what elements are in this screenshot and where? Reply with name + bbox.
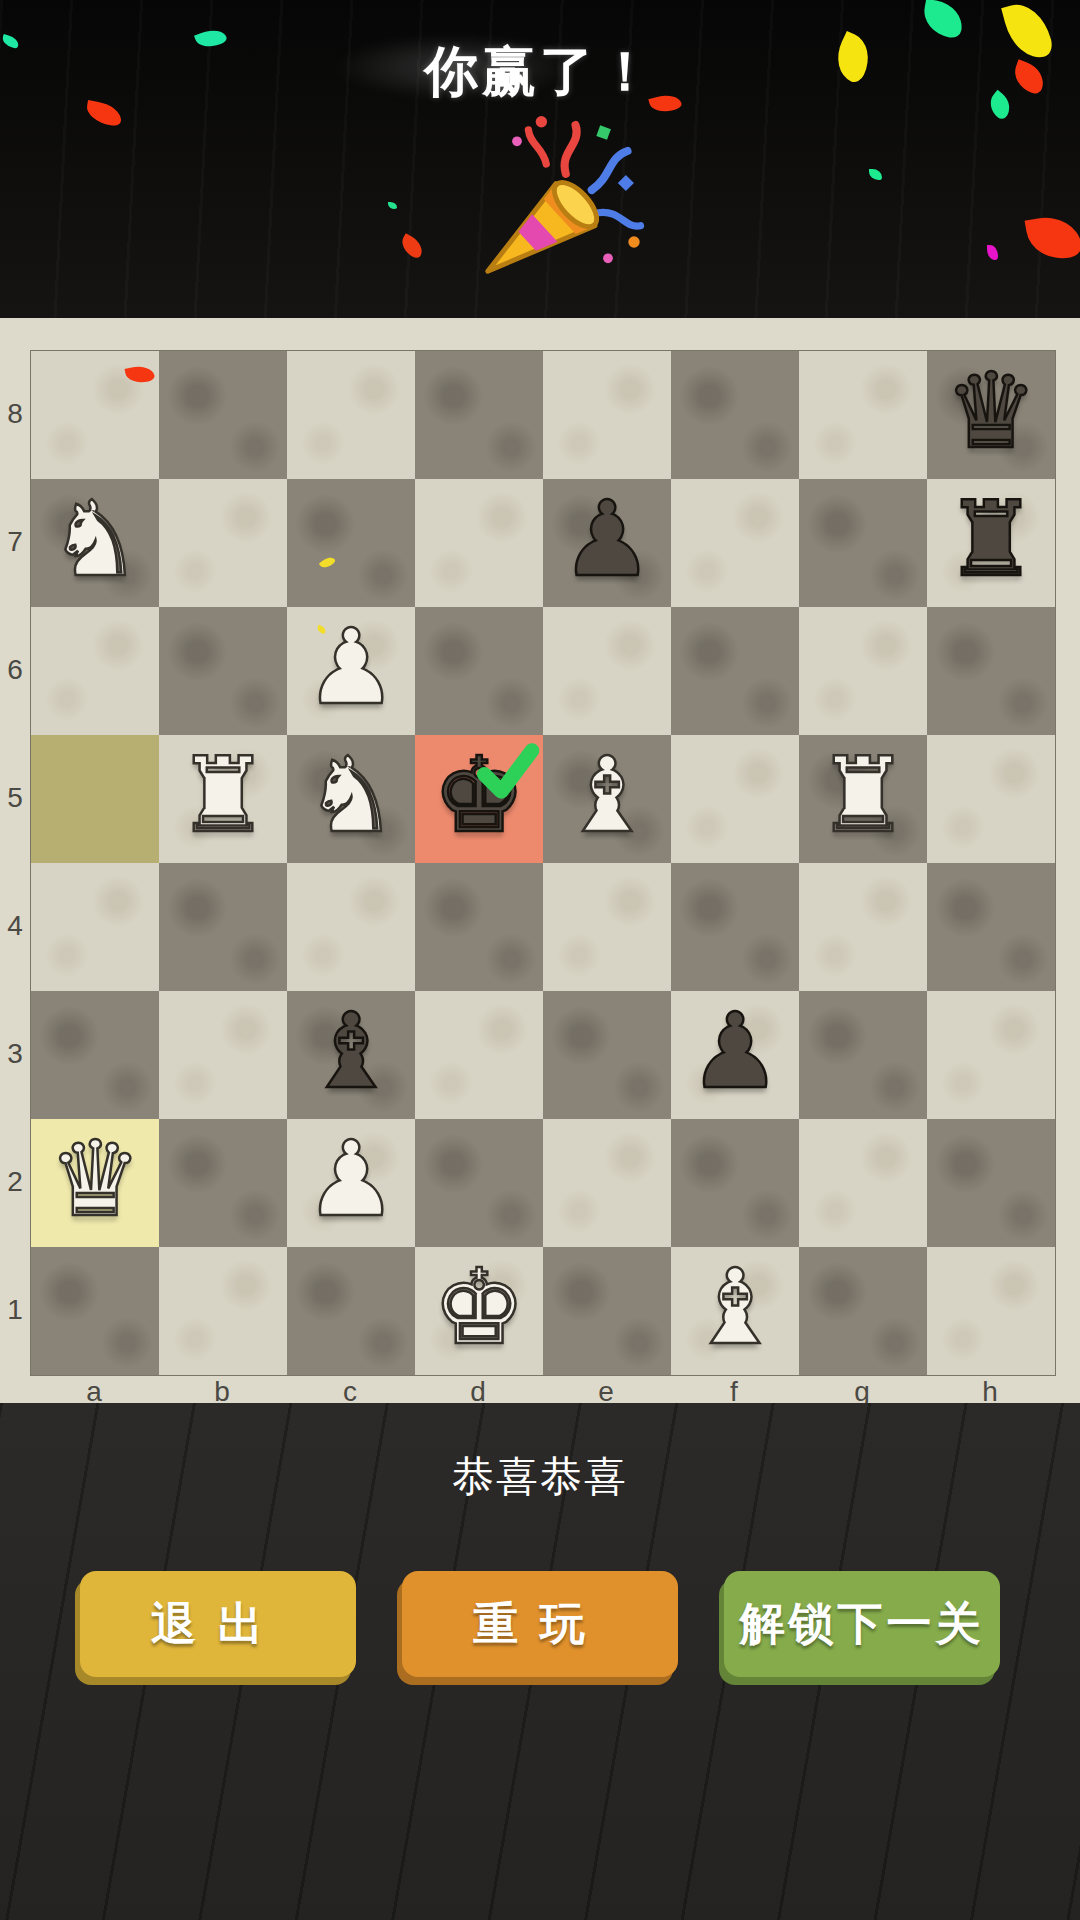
- file-label-a: a: [79, 1378, 109, 1406]
- square-e5[interactable]: ♝: [543, 735, 671, 863]
- square-g6[interactable]: [799, 607, 927, 735]
- square-e8[interactable]: [543, 351, 671, 479]
- square-d8[interactable]: [415, 351, 543, 479]
- square-f6[interactable]: [671, 607, 799, 735]
- square-h8[interactable]: ♛: [927, 351, 1055, 479]
- square-a7[interactable]: ♞: [31, 479, 159, 607]
- white-pawn-c2[interactable]: ♟: [304, 1127, 397, 1231]
- square-h4[interactable]: [927, 863, 1055, 991]
- party-popper-icon: [452, 112, 647, 307]
- white-knight-a7[interactable]: ♞: [48, 487, 141, 591]
- square-g8[interactable]: [799, 351, 927, 479]
- white-bishop-e5[interactable]: ♝: [560, 743, 653, 847]
- square-b3[interactable]: [159, 991, 287, 1119]
- rank-label-8: 8: [1, 398, 29, 430]
- file-label-f: f: [719, 1378, 749, 1406]
- square-b4[interactable]: [159, 863, 287, 991]
- replay-button[interactable]: 重玩: [402, 1571, 678, 1677]
- black-pawn-f3[interactable]: ♟: [688, 999, 781, 1103]
- square-a4[interactable]: [31, 863, 159, 991]
- white-king-d1[interactable]: ♚: [432, 1255, 525, 1359]
- square-d3[interactable]: [415, 991, 543, 1119]
- square-g5[interactable]: ♜: [799, 735, 927, 863]
- square-f1[interactable]: ♝: [671, 1247, 799, 1375]
- file-label-e: e: [591, 1378, 621, 1406]
- square-f2[interactable]: [671, 1119, 799, 1247]
- exit-button[interactable]: 退出: [80, 1571, 356, 1677]
- file-label-h: h: [975, 1378, 1005, 1406]
- black-queen-h8[interactable]: ♛: [944, 359, 1037, 463]
- square-h2[interactable]: [927, 1119, 1055, 1247]
- square-a2[interactable]: ♛: [31, 1119, 159, 1247]
- square-a3[interactable]: [31, 991, 159, 1119]
- square-c2[interactable]: ♟: [287, 1119, 415, 1247]
- square-b2[interactable]: [159, 1119, 287, 1247]
- square-c1[interactable]: [287, 1247, 415, 1375]
- result-banner: 你赢了！: [0, 0, 1080, 318]
- black-bishop-c3[interactable]: ♝: [304, 999, 397, 1103]
- chess-board-section: ♛♞♟♜♟♜♞♚♝♜♝♟♛♟♚♝ 87654321 abcdefgh: [0, 318, 1080, 1403]
- square-d5[interactable]: ♚: [415, 735, 543, 863]
- square-d1[interactable]: ♚: [415, 1247, 543, 1375]
- square-d2[interactable]: [415, 1119, 543, 1247]
- file-label-g: g: [847, 1378, 877, 1406]
- square-a1[interactable]: [31, 1247, 159, 1375]
- black-pawn-e7[interactable]: ♟: [560, 487, 653, 591]
- square-b6[interactable]: [159, 607, 287, 735]
- white-rook-g5[interactable]: ♜: [816, 743, 909, 847]
- square-g7[interactable]: [799, 479, 927, 607]
- square-f4[interactable]: [671, 863, 799, 991]
- square-h1[interactable]: [927, 1247, 1055, 1375]
- square-g1[interactable]: [799, 1247, 927, 1375]
- white-rook-b5[interactable]: ♜: [176, 743, 269, 847]
- square-e6[interactable]: [543, 607, 671, 735]
- square-h3[interactable]: [927, 991, 1055, 1119]
- rank-label-1: 1: [1, 1294, 29, 1326]
- square-c7[interactable]: [287, 479, 415, 607]
- square-e4[interactable]: [543, 863, 671, 991]
- chess-board: ♛♞♟♜♟♜♞♚♝♜♝♟♛♟♚♝: [30, 350, 1056, 1376]
- square-b8[interactable]: [159, 351, 287, 479]
- file-label-b: b: [207, 1378, 237, 1406]
- square-d6[interactable]: [415, 607, 543, 735]
- file-label-d: d: [463, 1378, 493, 1406]
- rank-label-3: 3: [1, 1038, 29, 1070]
- square-c3[interactable]: ♝: [287, 991, 415, 1119]
- square-a6[interactable]: [31, 607, 159, 735]
- square-a5[interactable]: [31, 735, 159, 863]
- rank-label-7: 7: [1, 526, 29, 558]
- rank-label-5: 5: [1, 782, 29, 814]
- square-e1[interactable]: [543, 1247, 671, 1375]
- black-rook-h7[interactable]: ♜: [944, 487, 1037, 591]
- win-title: 你赢了！: [0, 36, 1080, 109]
- square-b7[interactable]: [159, 479, 287, 607]
- white-bishop-f1[interactable]: ♝: [688, 1255, 781, 1359]
- white-knight-c5[interactable]: ♞: [304, 743, 397, 847]
- rank-label-2: 2: [1, 1166, 29, 1198]
- square-d4[interactable]: [415, 863, 543, 991]
- square-e3[interactable]: [543, 991, 671, 1119]
- white-queen-a2[interactable]: ♛: [48, 1127, 141, 1231]
- square-g3[interactable]: [799, 991, 927, 1119]
- square-f5[interactable]: [671, 735, 799, 863]
- square-d7[interactable]: [415, 479, 543, 607]
- square-c4[interactable]: [287, 863, 415, 991]
- square-f3[interactable]: ♟: [671, 991, 799, 1119]
- square-g4[interactable]: [799, 863, 927, 991]
- white-pawn-c6[interactable]: ♟: [304, 615, 397, 719]
- square-g2[interactable]: [799, 1119, 927, 1247]
- square-h5[interactable]: [927, 735, 1055, 863]
- file-label-c: c: [335, 1378, 365, 1406]
- square-e7[interactable]: ♟: [543, 479, 671, 607]
- checkmark-icon: [473, 737, 541, 805]
- square-c8[interactable]: [287, 351, 415, 479]
- square-c6[interactable]: ♟: [287, 607, 415, 735]
- square-h6[interactable]: [927, 607, 1055, 735]
- square-b1[interactable]: [159, 1247, 287, 1375]
- rank-label-6: 6: [1, 654, 29, 686]
- square-e2[interactable]: [543, 1119, 671, 1247]
- square-h7[interactable]: ♜: [927, 479, 1055, 607]
- result-footer: 恭喜恭喜 退出 重玩 解锁下一关: [0, 1403, 1080, 1920]
- square-a8[interactable]: [31, 351, 159, 479]
- square-b5[interactable]: ♜: [159, 735, 287, 863]
- rank-label-4: 4: [1, 910, 29, 942]
- square-c5[interactable]: ♞: [287, 735, 415, 863]
- next-level-button[interactable]: 解锁下一关: [724, 1571, 1000, 1677]
- congrats-text: 恭喜恭喜: [0, 1449, 1080, 1505]
- square-f7[interactable]: [671, 479, 799, 607]
- square-f8[interactable]: [671, 351, 799, 479]
